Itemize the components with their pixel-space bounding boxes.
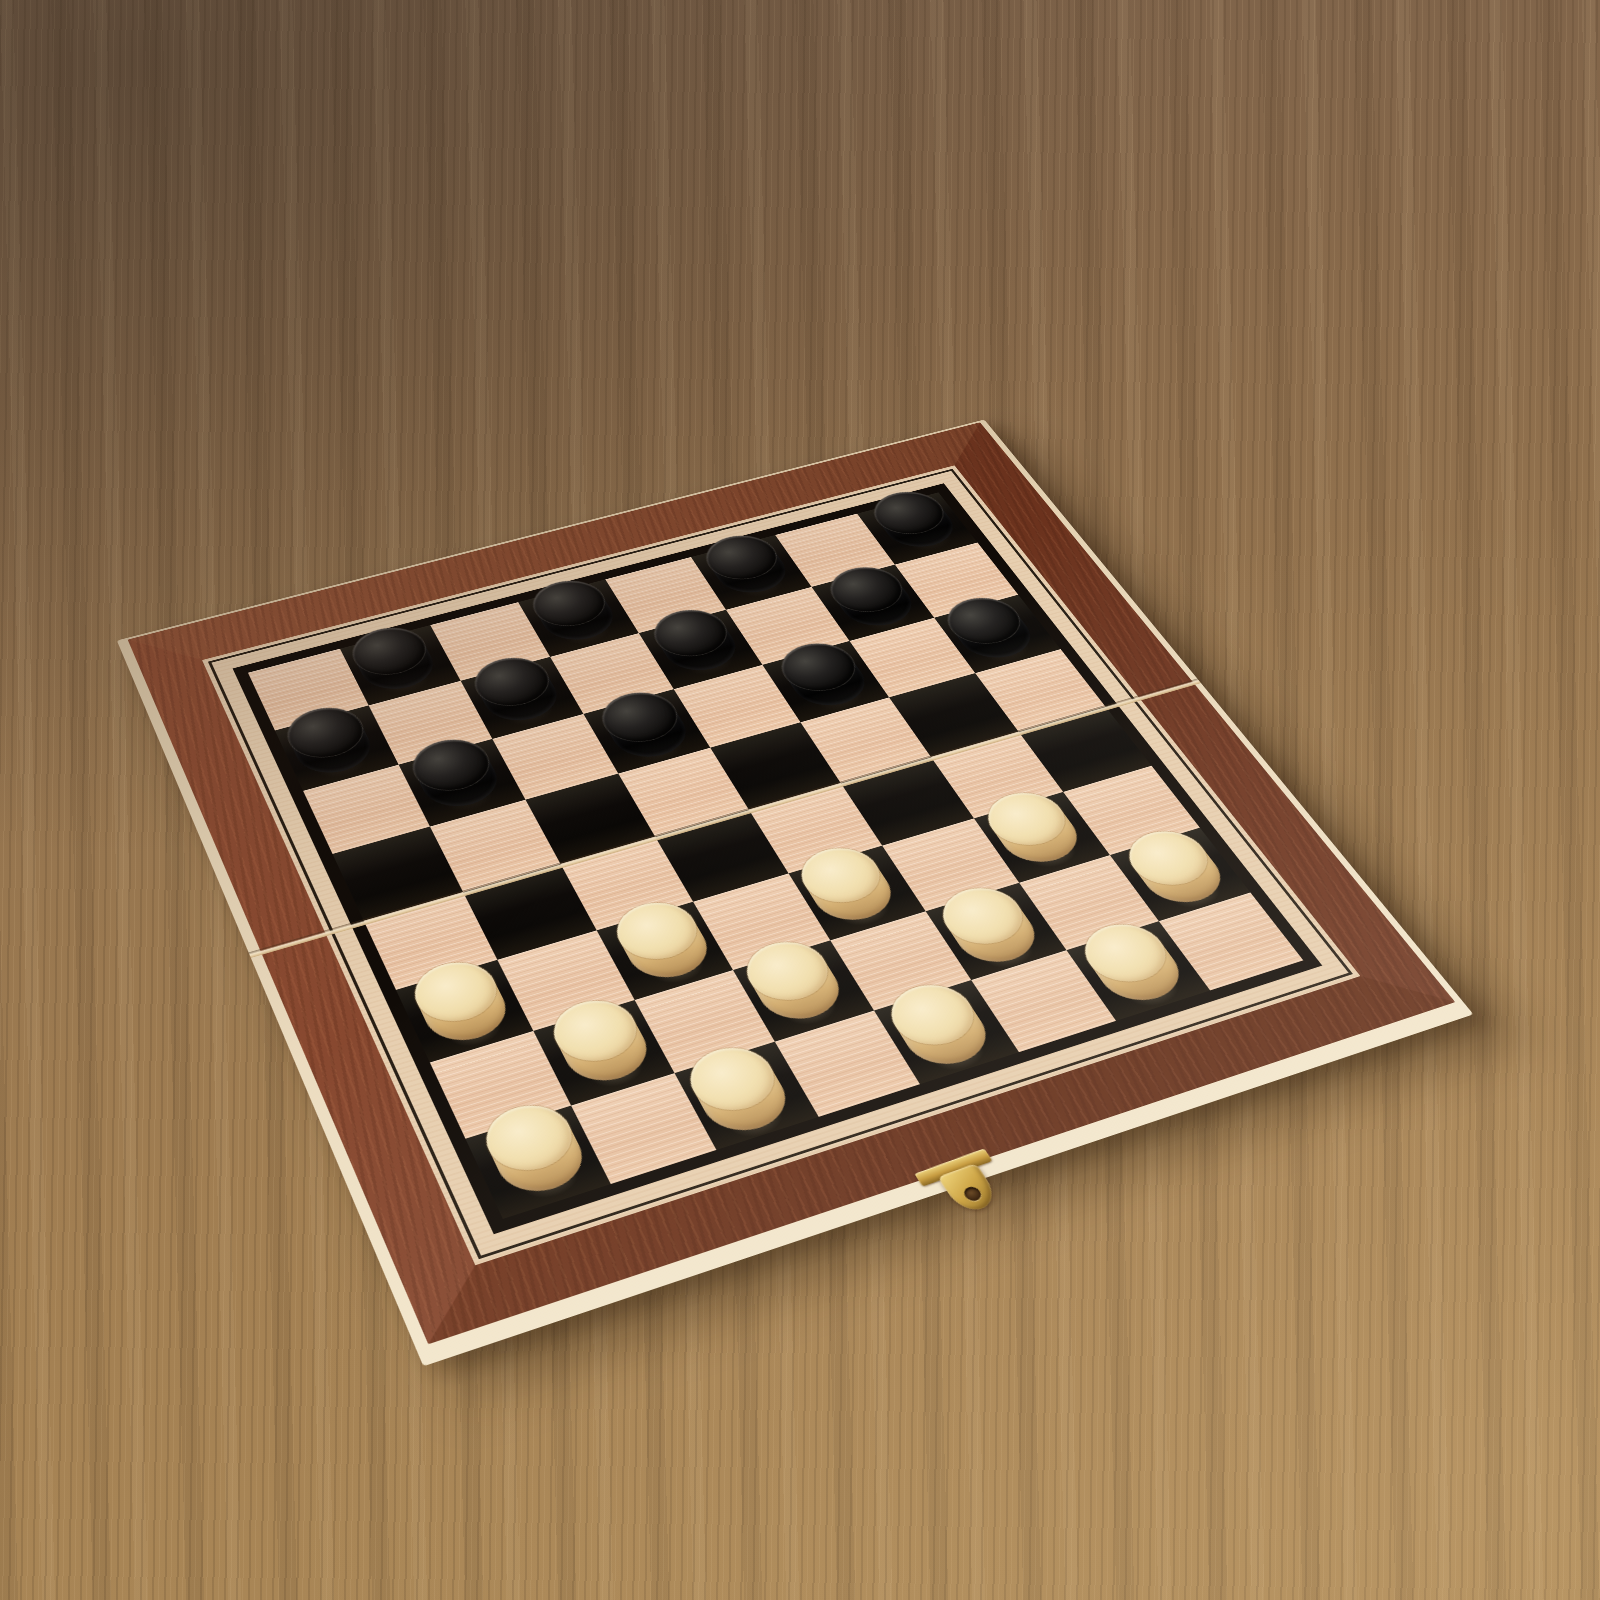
table-surface bbox=[0, 0, 1600, 1600]
checkerboard-grid bbox=[248, 492, 1303, 1219]
board-margin bbox=[202, 465, 1360, 1265]
board-frame bbox=[128, 422, 1456, 1344]
game-board bbox=[117, 420, 1474, 1367]
clasp-hole bbox=[961, 1185, 984, 1203]
